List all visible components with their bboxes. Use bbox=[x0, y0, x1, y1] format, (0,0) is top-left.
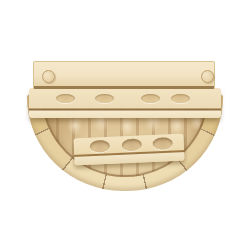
product-photo bbox=[0, 0, 250, 250]
lower-shelf bbox=[73, 134, 184, 166]
upper-shelf-hole-4 bbox=[171, 94, 190, 103]
upper-shelf-hole-1 bbox=[56, 94, 75, 103]
dowel-cap-right bbox=[201, 70, 214, 83]
dowel-cap-left bbox=[42, 70, 55, 83]
lower-shelf-hole-2 bbox=[122, 138, 143, 151]
lower-shelf-hole-1 bbox=[90, 140, 111, 153]
upper-shelf-hole-3 bbox=[141, 94, 160, 103]
back-rail bbox=[33, 61, 215, 89]
upper-shelf bbox=[29, 88, 221, 118]
upper-shelf-hole-2 bbox=[95, 94, 114, 103]
lower-shelf-hole-3 bbox=[153, 137, 174, 150]
